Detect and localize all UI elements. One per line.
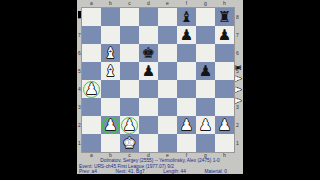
black-pawn[interactable]: ♟: [218, 26, 231, 44]
white-king[interactable]: ♚: [123, 134, 136, 152]
square-a8[interactable]: [82, 8, 101, 26]
square-e5[interactable]: [158, 62, 177, 80]
white-pawn[interactable]: ♟: [180, 116, 193, 134]
square-e8[interactable]: [158, 8, 177, 26]
square-b1[interactable]: [101, 134, 120, 152]
side-to-move-indicator: [78, 11, 82, 18]
black-rook[interactable]: ♜: [218, 8, 231, 26]
file-label-b: b: [101, 1, 120, 7]
file-label-f: f: [177, 1, 196, 7]
square-e7[interactable]: [158, 26, 177, 44]
square-d3[interactable]: [139, 98, 158, 116]
square-c8[interactable]: [120, 8, 139, 26]
square-h8[interactable]: ♜: [215, 8, 234, 26]
square-c4[interactable]: [120, 80, 139, 98]
square-g1[interactable]: [196, 134, 215, 152]
rank-label-6: 6: [235, 51, 240, 56]
chess-board: ♝♜♟♟♝♚♝♟♟♟♟♟♟♟♟♚: [82, 8, 234, 152]
square-g8[interactable]: [196, 8, 215, 26]
square-d2[interactable]: [139, 116, 158, 134]
square-e1[interactable]: [158, 134, 177, 152]
square-b2[interactable]: ♟: [101, 116, 120, 134]
file-label-c: c: [120, 1, 139, 7]
square-d4[interactable]: [139, 80, 158, 98]
white-bishop[interactable]: ♝: [104, 62, 117, 80]
square-b5[interactable]: ♝: [101, 62, 120, 80]
square-b8[interactable]: [101, 8, 120, 26]
game-length: Length: 44: [163, 169, 186, 174]
square-d5[interactable]: ♟: [139, 62, 158, 80]
square-e4[interactable]: [158, 80, 177, 98]
square-d1[interactable]: [139, 134, 158, 152]
square-g6[interactable]: [196, 44, 215, 62]
square-f3[interactable]: [177, 98, 196, 116]
material-balance: Material: 0: [205, 169, 227, 174]
file-label-d: d: [139, 1, 158, 7]
square-a2[interactable]: [82, 116, 101, 134]
file-labels-top: abcdefgh: [82, 1, 234, 7]
square-f8[interactable]: ♝: [177, 8, 196, 26]
square-a6[interactable]: [82, 44, 101, 62]
white-pawn[interactable]: ♟: [123, 116, 136, 134]
square-g7[interactable]: [196, 26, 215, 44]
white-pawn[interactable]: ♟: [218, 116, 231, 134]
game-info-footer: Dolmatov, Sergey (2555) -- Yermolinsky, …: [79, 158, 241, 174]
square-f6[interactable]: [177, 44, 196, 62]
players-result-line: Dolmatov, Sergey (2555) -- Yermolinsky, …: [79, 158, 241, 163]
square-c2[interactable]: ♟: [120, 116, 139, 134]
square-h6[interactable]: [215, 44, 234, 62]
rank-label-7: 7: [235, 33, 240, 38]
white-bishop[interactable]: ♝: [104, 44, 117, 62]
rank-label-2: 2: [235, 123, 240, 128]
tray-piece-icon: ♟: [232, 75, 243, 82]
square-h1[interactable]: [215, 134, 234, 152]
square-g2[interactable]: ♟: [196, 116, 215, 134]
file-label-h: h: [215, 1, 234, 7]
black-pawn[interactable]: ♟: [142, 62, 155, 80]
square-c7[interactable]: [120, 26, 139, 44]
next-move: Next: 41. Bg7: [116, 169, 145, 174]
square-c6[interactable]: [120, 44, 139, 62]
square-a1[interactable]: [82, 134, 101, 152]
square-h7[interactable]: ♟: [215, 26, 234, 44]
square-f7[interactable]: ♟: [177, 26, 196, 44]
file-label-a: a: [82, 1, 101, 7]
square-a7[interactable]: [82, 26, 101, 44]
prev-move: Prev: a4: [79, 169, 97, 174]
file-label-g: g: [196, 1, 215, 7]
square-f5[interactable]: [177, 62, 196, 80]
tray-piece-icon: ♟: [232, 97, 243, 104]
captured-pieces-tray: ♜♟♟♟: [233, 62, 243, 106]
square-e3[interactable]: [158, 98, 177, 116]
white-pawn[interactable]: ♟: [104, 116, 117, 134]
file-label-e: e: [158, 1, 177, 7]
square-a4[interactable]: ♟: [82, 80, 101, 98]
square-a3[interactable]: [82, 98, 101, 116]
square-b7[interactable]: [101, 26, 120, 44]
square-b6[interactable]: ♝: [101, 44, 120, 62]
square-c1[interactable]: ♚: [120, 134, 139, 152]
square-h2[interactable]: ♟: [215, 116, 234, 134]
square-f1[interactable]: [177, 134, 196, 152]
tray-piece-icon: ♜: [232, 64, 243, 71]
square-d8[interactable]: [139, 8, 158, 26]
tray-piece-icon: ♟: [232, 86, 243, 93]
white-pawn[interactable]: ♟: [85, 80, 98, 98]
event-line: Event: URS-ch45 First League (1977.07) 9…: [79, 164, 241, 169]
square-d7[interactable]: [139, 26, 158, 44]
rank-label-8: 8: [235, 15, 240, 20]
square-a5[interactable]: [82, 62, 101, 80]
square-b3[interactable]: [101, 98, 120, 116]
square-b4[interactable]: [101, 80, 120, 98]
square-f4[interactable]: [177, 80, 196, 98]
square-e2[interactable]: [158, 116, 177, 134]
square-d6[interactable]: ♚: [139, 44, 158, 62]
square-e6[interactable]: [158, 44, 177, 62]
black-pawn[interactable]: ♟: [180, 26, 193, 44]
black-king[interactable]: ♚: [142, 44, 155, 62]
square-c5[interactable]: [120, 62, 139, 80]
square-f2[interactable]: ♟: [177, 116, 196, 134]
black-pawn[interactable]: ♟: [199, 62, 212, 80]
rank-label-1: 1: [235, 141, 240, 146]
move-info-line: Prev: a4 Next: 41. Bg7 Length: 44 Materi…: [79, 169, 241, 174]
chess-gui-panel: abcdefgh abcdefgh 87654321 87654321 ♝♜♟♟…: [77, 0, 243, 174]
square-g5[interactable]: ♟: [196, 62, 215, 80]
square-g3[interactable]: [196, 98, 215, 116]
square-g4[interactable]: [196, 80, 215, 98]
black-bishop[interactable]: ♝: [180, 8, 193, 26]
white-pawn[interactable]: ♟: [199, 116, 212, 134]
square-c3[interactable]: [120, 98, 139, 116]
